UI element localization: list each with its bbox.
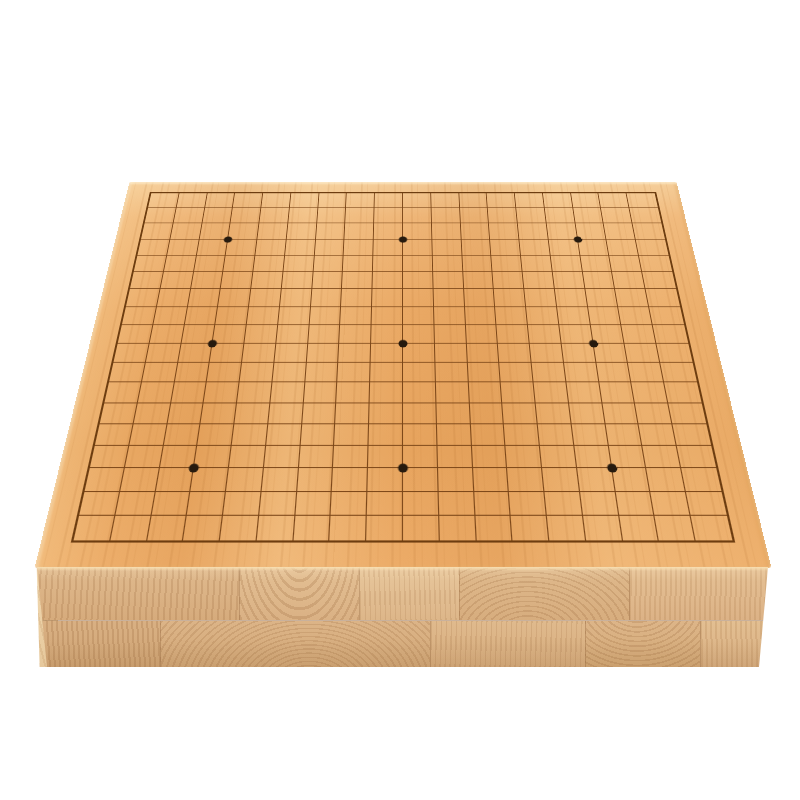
grid-cell — [253, 255, 285, 272]
grid-cell — [137, 383, 174, 403]
grid-cell — [197, 424, 234, 446]
grid-cell — [432, 224, 462, 240]
grid-cell — [495, 307, 528, 325]
grid-cell — [607, 239, 639, 255]
grid-cell — [403, 307, 434, 325]
grid-cell — [228, 224, 259, 240]
grid-cell — [615, 289, 649, 307]
wood-laminate-segment — [34, 621, 160, 668]
grid-cell — [130, 272, 164, 289]
grid-cell — [153, 307, 187, 325]
grid-cell — [681, 468, 721, 491]
grid-cell — [110, 516, 151, 541]
grid-cell — [305, 363, 339, 383]
grid-cell — [516, 208, 546, 223]
grid-cell — [311, 289, 343, 307]
grid-cell — [438, 468, 474, 491]
grid-cell — [178, 344, 213, 363]
grid-cell — [372, 307, 403, 325]
grid-cell — [651, 492, 691, 516]
grid-cell — [433, 272, 464, 289]
grid-cell — [370, 363, 403, 383]
grid-cell — [194, 446, 232, 468]
grid-cell — [493, 272, 525, 289]
grid-cell — [343, 255, 373, 272]
grid-cell — [341, 289, 372, 307]
star-point — [606, 464, 617, 473]
grid-cell — [314, 239, 344, 255]
grid-cell — [551, 255, 583, 272]
grid-cell — [285, 239, 316, 255]
grid-cell — [691, 516, 733, 541]
grid-cell — [373, 239, 403, 255]
grid-cell — [473, 468, 510, 491]
grid-cell — [242, 344, 276, 363]
grid-cell — [545, 208, 576, 223]
grid-cell — [308, 325, 341, 344]
grid-cell — [146, 344, 182, 363]
grid-cell — [240, 363, 275, 383]
grid-cell — [571, 193, 602, 208]
grid-cell — [338, 363, 371, 383]
grid-cell — [270, 383, 305, 403]
grid-cell — [126, 289, 160, 307]
grid-cell — [316, 224, 346, 240]
grid-cell — [173, 208, 204, 223]
grid-cell — [342, 272, 373, 289]
star-point — [588, 340, 598, 347]
grid-cell — [79, 492, 120, 516]
grid-cell — [278, 307, 311, 325]
grid-cell — [566, 383, 602, 403]
star-point — [399, 236, 407, 242]
grid-cell — [436, 383, 470, 403]
grid-cell — [518, 224, 549, 240]
grid-cell — [647, 468, 686, 491]
grid-cell — [205, 193, 236, 208]
grid-cell — [435, 363, 468, 383]
grid-cell — [489, 224, 519, 240]
grid-cell — [170, 224, 202, 240]
grid-cell — [602, 403, 639, 424]
grid-cell — [506, 446, 542, 468]
grid-cell — [187, 492, 226, 516]
front-face-lower-layer — [34, 620, 771, 668]
grid-cell — [370, 383, 403, 403]
grid-cell — [501, 383, 536, 403]
grid-cell — [465, 307, 497, 325]
grid-cell — [612, 468, 651, 491]
grid-cell — [147, 516, 187, 541]
grid-cell — [120, 468, 159, 491]
grid-cell — [649, 307, 684, 325]
grid-cell — [509, 492, 547, 516]
grid-cell — [536, 403, 572, 424]
grid-cell — [257, 224, 288, 240]
grid-cell — [668, 403, 706, 424]
grid-cell — [403, 239, 433, 255]
grid-cell — [642, 272, 676, 289]
grid-cell — [475, 516, 513, 541]
grid-cell — [431, 193, 460, 208]
grid-cell — [437, 424, 472, 446]
grid-cell — [174, 363, 210, 383]
grid-cell — [439, 516, 476, 541]
grid-cell — [588, 307, 622, 325]
grid-cell — [403, 468, 438, 491]
wood-laminate-segment — [430, 621, 585, 668]
grid-cell — [330, 516, 367, 541]
grid-cell — [95, 424, 134, 446]
grid-cell — [459, 193, 488, 208]
grid-cell — [299, 446, 335, 468]
grid-cell — [306, 344, 339, 363]
grid-cell — [625, 344, 661, 363]
grid-cell — [605, 424, 643, 446]
grid-cell — [244, 325, 278, 344]
grid-cell — [436, 403, 470, 424]
grid-cell — [470, 424, 505, 446]
grid-cell — [569, 403, 605, 424]
wood-laminate-segment — [459, 567, 629, 620]
grid-cell — [317, 208, 346, 223]
grid-cell — [432, 239, 462, 255]
wood-laminate-segment — [585, 621, 700, 668]
grid-cell — [543, 193, 573, 208]
grid-cell — [403, 492, 439, 516]
grid-cell — [540, 446, 577, 468]
grid-cell — [257, 516, 295, 541]
grid-cell — [464, 289, 496, 307]
grid-cell — [290, 193, 319, 208]
grid-cell — [542, 468, 580, 491]
grid-cell — [403, 325, 435, 344]
star-point — [398, 464, 408, 473]
grid-cell — [468, 383, 502, 403]
wood-laminate-segment — [700, 621, 771, 668]
grid-cell — [369, 424, 403, 446]
grid-cell — [272, 363, 306, 383]
wood-laminate-segment — [359, 567, 459, 620]
grid-cell — [523, 272, 555, 289]
grid-cell — [403, 208, 432, 223]
grid-cell — [610, 255, 643, 272]
grid-cell — [593, 344, 628, 363]
grid-cell — [460, 208, 489, 223]
grid-cell — [300, 424, 335, 446]
star-point — [573, 236, 582, 242]
grid-cell — [204, 383, 240, 403]
grid-cell — [194, 255, 226, 272]
grid-cell — [207, 363, 242, 383]
grid-cell — [664, 383, 701, 403]
grid-cell — [403, 446, 438, 468]
grid-cell — [403, 516, 440, 541]
grid-cell — [622, 325, 657, 344]
grid-cell — [293, 516, 331, 541]
grid-cell — [494, 289, 526, 307]
grid-cell — [545, 492, 583, 516]
grid-cell — [628, 363, 664, 383]
grid-cell — [368, 446, 403, 468]
grid-cell — [264, 446, 300, 468]
grid-cell — [247, 307, 280, 325]
grid-cell — [487, 193, 516, 208]
grid-cell — [521, 255, 553, 272]
grid-cell — [155, 468, 194, 491]
grid-cell — [547, 516, 586, 541]
grid-cell — [176, 193, 207, 208]
grid-cell — [534, 383, 569, 403]
grid-cell — [288, 208, 318, 223]
wood-laminate-segment — [34, 567, 239, 620]
grid-cell — [187, 289, 220, 307]
product-photo-canvas — [0, 0, 800, 800]
grid-cell — [167, 239, 199, 255]
grid-cell — [583, 272, 616, 289]
grid-cell — [564, 363, 599, 383]
grid-cell — [403, 289, 434, 307]
star-point — [398, 340, 407, 347]
grid-cell — [337, 383, 371, 403]
grid-cell — [346, 193, 375, 208]
grid-cell — [302, 403, 337, 424]
grid-cell — [309, 307, 341, 325]
grid-cell — [280, 289, 312, 307]
grid-cell — [471, 446, 507, 468]
grid-cell — [202, 208, 233, 223]
grid-cell — [226, 468, 264, 491]
grid-cell — [261, 468, 298, 491]
grid-cell — [249, 289, 282, 307]
grid-cell — [297, 468, 334, 491]
grid-cell — [344, 239, 374, 255]
grid-cell — [259, 492, 297, 516]
grid-cell — [467, 363, 501, 383]
grid-cell — [221, 272, 253, 289]
grid-cell — [145, 208, 177, 223]
grid-cell — [332, 468, 368, 491]
grid-cell — [334, 424, 369, 446]
grid-cell — [229, 446, 266, 468]
board-grid — [71, 192, 735, 543]
grid-cell — [340, 325, 372, 344]
grid-cell — [434, 307, 466, 325]
grid-cell — [183, 516, 223, 541]
grid-cell — [268, 403, 303, 424]
grid-cell — [232, 424, 268, 446]
grid-cell — [633, 224, 665, 240]
grid-cell — [686, 492, 727, 516]
grid-cell — [604, 224, 636, 240]
grid-cell — [643, 446, 682, 468]
grid-cell — [109, 363, 146, 383]
grid-cell — [435, 344, 468, 363]
grid-cell — [283, 255, 314, 272]
grid-cell — [660, 363, 697, 383]
grid-cell — [504, 424, 540, 446]
grid-cell — [312, 272, 343, 289]
grid-cell — [403, 424, 437, 446]
grid-cell — [336, 403, 370, 424]
grid-cell — [466, 344, 499, 363]
grid-cell — [488, 208, 518, 223]
grid-cell — [122, 307, 157, 325]
grid-cell — [196, 239, 228, 255]
grid-cell — [636, 239, 669, 255]
grid-cell — [492, 255, 523, 272]
grid-cell — [619, 516, 659, 541]
wood-laminate-segment — [239, 567, 359, 620]
grid-cell — [580, 492, 619, 516]
front-face-upper-layer — [34, 567, 771, 620]
grid-cell — [266, 424, 302, 446]
grid-cell — [160, 272, 193, 289]
grid-cell — [218, 289, 251, 307]
grid-cell — [557, 307, 590, 325]
grid-cell — [528, 325, 562, 344]
grid-cell — [403, 224, 432, 240]
grid-cell — [133, 403, 170, 424]
grid-cell — [374, 208, 403, 223]
grid-cell — [431, 208, 460, 223]
grid-cell — [526, 307, 559, 325]
grid-cell — [339, 344, 372, 363]
grid-cell — [184, 307, 218, 325]
grid-cell — [369, 403, 403, 424]
grid-cell — [274, 344, 308, 363]
grid-cell — [500, 363, 534, 383]
grid-cell — [599, 383, 635, 403]
grid-cell — [167, 403, 204, 424]
grid-cell — [367, 492, 403, 516]
grid-cell — [223, 255, 255, 272]
grid-cell — [578, 239, 610, 255]
grid-cell — [303, 383, 337, 403]
grid-cell — [646, 289, 680, 307]
wood-laminate-segment — [629, 567, 771, 620]
grid-cell — [141, 224, 173, 240]
grid-cell — [163, 424, 201, 446]
grid-cell — [515, 193, 545, 208]
grid-cell — [507, 468, 544, 491]
grid-cell — [474, 492, 511, 516]
grid-cell — [403, 383, 436, 403]
grid-cell — [596, 363, 632, 383]
grid-cell — [497, 325, 530, 344]
wood-laminate-segment — [160, 621, 430, 668]
grid-cell — [490, 239, 521, 255]
grid-cell — [226, 239, 258, 255]
grid-cell — [511, 516, 549, 541]
grid-cell — [157, 289, 191, 307]
grid-cell — [255, 239, 286, 255]
grid-cell — [220, 516, 259, 541]
grid-cell — [223, 492, 261, 516]
grid-cell — [538, 424, 574, 446]
grid-cell — [124, 446, 163, 468]
grid-cell — [460, 224, 490, 240]
grid-cell — [331, 492, 368, 516]
grid-cell — [366, 516, 403, 541]
grid-cell — [373, 255, 403, 272]
grid-cell — [532, 363, 567, 383]
grid-cell — [313, 255, 344, 272]
grid-cell — [438, 492, 475, 516]
grid-cell — [341, 307, 373, 325]
grid-cell — [615, 492, 655, 516]
grid-cell — [519, 239, 550, 255]
grid-cell — [585, 289, 618, 307]
grid-cell — [137, 239, 170, 255]
grid-cell — [465, 325, 498, 344]
grid-cell — [142, 363, 178, 383]
grid-cell — [129, 424, 167, 446]
front-edge-highlight — [34, 567, 771, 571]
grid-cell — [463, 272, 494, 289]
grid-cell — [580, 255, 612, 272]
grid-cell — [164, 255, 197, 272]
grid-cell — [601, 208, 632, 223]
grid-cell — [237, 383, 272, 403]
grid-cell — [433, 289, 464, 307]
grid-cell — [403, 272, 433, 289]
grid-cell — [639, 424, 677, 446]
grid-cell — [632, 383, 669, 403]
grid-cell — [134, 255, 167, 272]
grid-cell — [295, 492, 332, 516]
grid-cell — [345, 224, 375, 240]
grid-cell — [673, 424, 712, 446]
grid-cell — [287, 224, 317, 240]
grid-cell — [113, 344, 149, 363]
grid-cell — [84, 468, 124, 491]
grid-cell — [469, 403, 504, 424]
grid-cell — [657, 344, 693, 363]
grid-cell — [233, 193, 263, 208]
grid-cell — [462, 255, 493, 272]
grid-cell — [433, 255, 463, 272]
grid-cell — [282, 272, 314, 289]
grid-cell — [437, 446, 472, 468]
board-front-face — [34, 567, 771, 667]
grid-cell — [104, 383, 141, 403]
grid-cell — [375, 193, 403, 208]
grid-cell — [403, 193, 431, 208]
grid-cell — [653, 325, 688, 344]
grid-cell — [90, 446, 129, 468]
grid-cell — [213, 325, 247, 344]
grid-cell — [635, 403, 672, 424]
grid-cell — [461, 239, 491, 255]
grid-cell — [118, 325, 153, 344]
grid-cell — [639, 255, 672, 272]
grid-cell — [555, 289, 588, 307]
grid-cell — [74, 516, 116, 541]
grid-cell — [612, 272, 645, 289]
grid-cell — [346, 208, 375, 223]
grid-cell — [655, 516, 696, 541]
goban-top-surface — [35, 182, 772, 568]
grid-cell — [524, 289, 557, 307]
grid-cell — [149, 325, 184, 344]
grid-cell — [583, 516, 623, 541]
grid-cell — [171, 383, 207, 403]
grid-cell — [100, 403, 138, 424]
grid-cell — [318, 193, 347, 208]
grid-cell — [619, 307, 653, 325]
grid-cell — [403, 255, 433, 272]
